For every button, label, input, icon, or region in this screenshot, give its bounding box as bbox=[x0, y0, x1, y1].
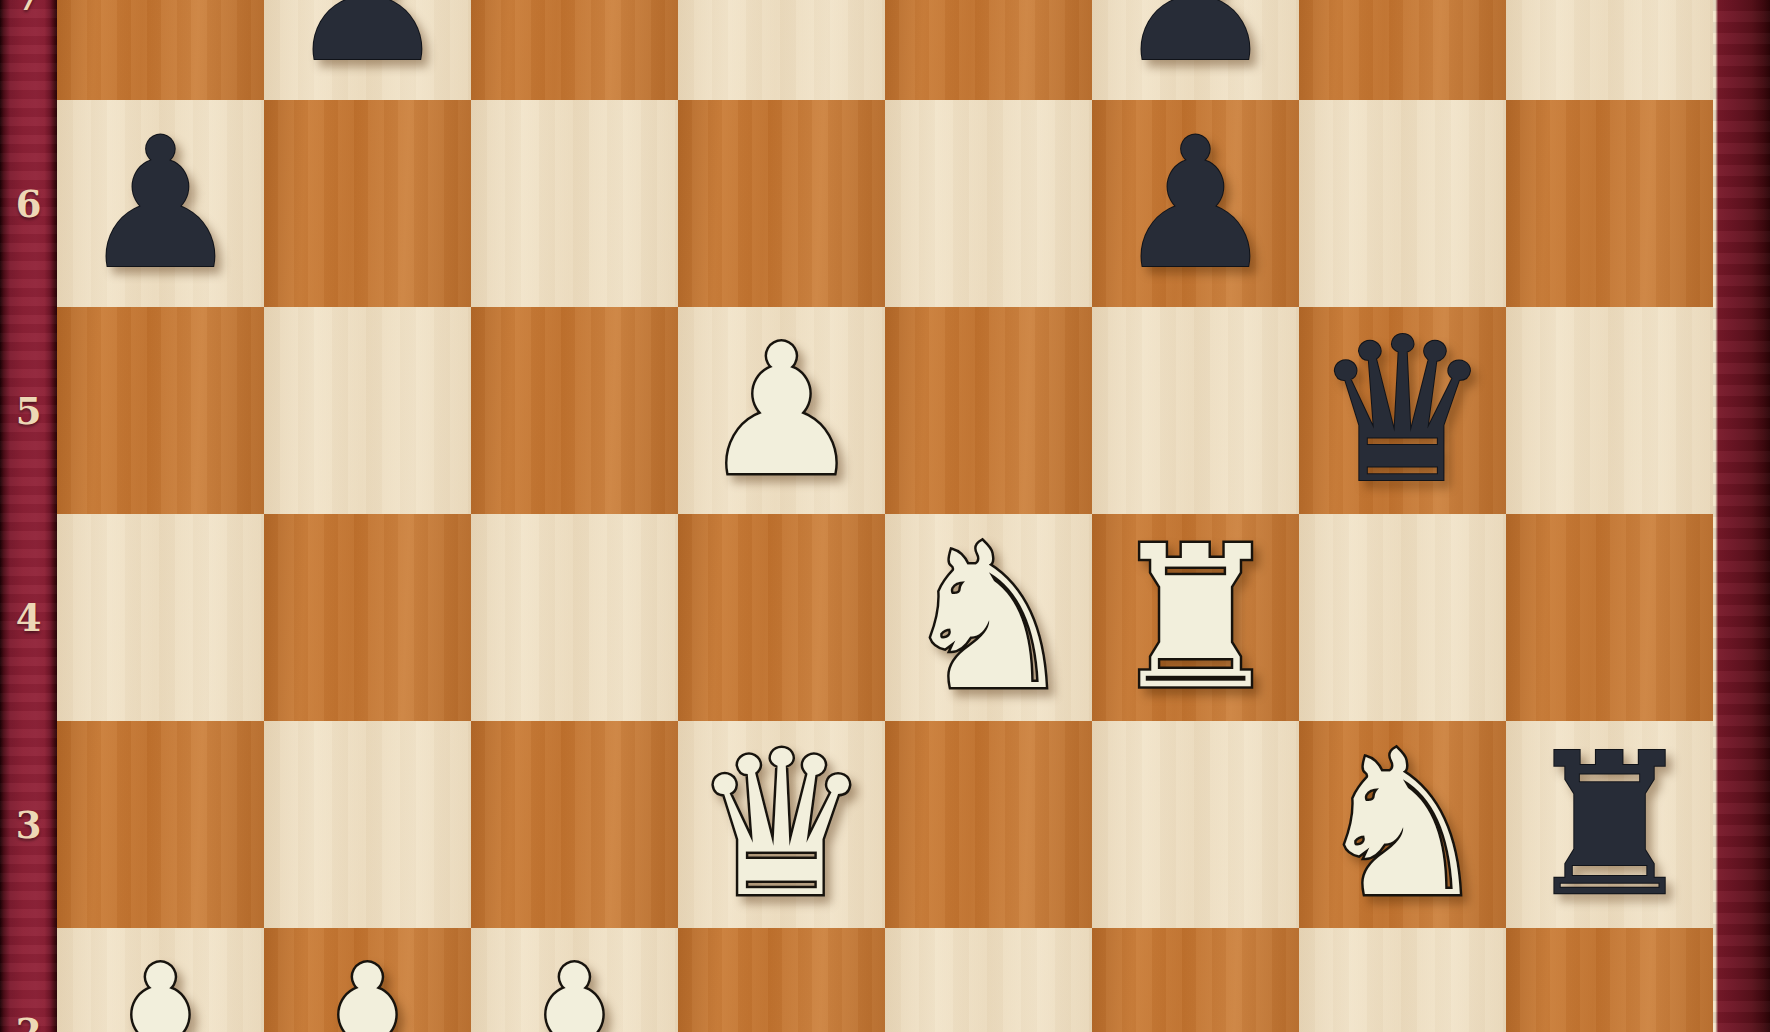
square-b2[interactable]: ♟ bbox=[264, 928, 471, 1032]
square-c2[interactable]: ♟ bbox=[471, 928, 678, 1032]
square-a7[interactable] bbox=[57, 0, 264, 100]
chess-board: ♟♟♟♟♟♛♞♜♛♞♜♟♟♟ bbox=[57, 0, 1713, 1032]
square-f5[interactable] bbox=[1092, 307, 1299, 514]
square-a5[interactable] bbox=[57, 307, 264, 514]
square-h6[interactable] bbox=[1506, 100, 1713, 307]
square-g3[interactable]: ♞ bbox=[1299, 721, 1506, 928]
square-e7[interactable] bbox=[885, 0, 1092, 100]
square-d6[interactable] bbox=[678, 100, 885, 307]
square-a6[interactable]: ♟ bbox=[57, 100, 264, 307]
square-f2[interactable] bbox=[1092, 928, 1299, 1032]
piece-black-queen-g5[interactable]: ♛ bbox=[1313, 311, 1492, 511]
square-a4[interactable] bbox=[57, 514, 264, 721]
chess-diagram-scene: ♟♟♟♟♟♛♞♜♛♞♜♟♟♟ 765432 bbox=[0, 0, 1770, 1032]
piece-white-queen-d3[interactable]: ♛ bbox=[692, 725, 871, 925]
square-e2[interactable] bbox=[885, 928, 1092, 1032]
square-d3[interactable]: ♛ bbox=[678, 721, 885, 928]
rank-label-5: 5 bbox=[0, 389, 57, 433]
piece-black-pawn-f7[interactable]: ♟ bbox=[1115, 0, 1276, 87]
square-e4[interactable]: ♞ bbox=[885, 514, 1092, 721]
square-d2[interactable] bbox=[678, 928, 885, 1032]
square-a2[interactable]: ♟ bbox=[57, 928, 264, 1032]
square-b5[interactable] bbox=[264, 307, 471, 514]
square-c6[interactable] bbox=[471, 100, 678, 307]
square-b7[interactable]: ♟ bbox=[264, 0, 471, 100]
square-f3[interactable] bbox=[1092, 721, 1299, 928]
square-e5[interactable] bbox=[885, 307, 1092, 514]
square-b4[interactable] bbox=[264, 514, 471, 721]
rank-label-2: 2 bbox=[0, 1010, 57, 1032]
piece-white-rook-f4[interactable]: ♜ bbox=[1108, 520, 1284, 716]
square-c3[interactable] bbox=[471, 721, 678, 928]
square-h3[interactable]: ♜ bbox=[1506, 721, 1713, 928]
square-g2[interactable] bbox=[1299, 928, 1506, 1032]
square-h7[interactable] bbox=[1506, 0, 1713, 100]
piece-black-pawn-f6[interactable]: ♟ bbox=[1115, 114, 1276, 294]
piece-white-knight-e4[interactable]: ♞ bbox=[899, 518, 1078, 718]
piece-white-pawn-a2[interactable]: ♟ bbox=[80, 942, 241, 1032]
board-frame-left: 765432 bbox=[0, 0, 57, 1032]
square-c7[interactable] bbox=[471, 0, 678, 100]
rank-label-3: 3 bbox=[0, 803, 57, 847]
square-f6[interactable]: ♟ bbox=[1092, 100, 1299, 307]
square-e6[interactable] bbox=[885, 100, 1092, 307]
square-b6[interactable] bbox=[264, 100, 471, 307]
square-h5[interactable] bbox=[1506, 307, 1713, 514]
square-g5[interactable]: ♛ bbox=[1299, 307, 1506, 514]
piece-black-rook-h3[interactable]: ♜ bbox=[1522, 727, 1698, 923]
square-a3[interactable] bbox=[57, 721, 264, 928]
board-frame-right bbox=[1713, 0, 1770, 1032]
square-g4[interactable] bbox=[1299, 514, 1506, 721]
square-b3[interactable] bbox=[264, 721, 471, 928]
square-h2[interactable] bbox=[1506, 928, 1713, 1032]
piece-black-pawn-b7[interactable]: ♟ bbox=[287, 0, 448, 87]
piece-white-pawn-c2[interactable]: ♟ bbox=[494, 942, 655, 1032]
piece-white-pawn-d5[interactable]: ♟ bbox=[701, 321, 862, 501]
square-g7[interactable] bbox=[1299, 0, 1506, 100]
piece-white-pawn-b2[interactable]: ♟ bbox=[287, 942, 448, 1032]
square-f7[interactable]: ♟ bbox=[1092, 0, 1299, 100]
square-c5[interactable] bbox=[471, 307, 678, 514]
rank-label-6: 6 bbox=[0, 182, 57, 226]
square-f4[interactable]: ♜ bbox=[1092, 514, 1299, 721]
square-d4[interactable] bbox=[678, 514, 885, 721]
square-d5[interactable]: ♟ bbox=[678, 307, 885, 514]
piece-white-knight-g3[interactable]: ♞ bbox=[1313, 725, 1492, 925]
rank-label-4: 4 bbox=[0, 596, 57, 640]
square-g6[interactable] bbox=[1299, 100, 1506, 307]
rank-label-7: 7 bbox=[0, 0, 57, 19]
square-d7[interactable] bbox=[678, 0, 885, 100]
square-h4[interactable] bbox=[1506, 514, 1713, 721]
square-c4[interactable] bbox=[471, 514, 678, 721]
square-e3[interactable] bbox=[885, 721, 1092, 928]
piece-black-pawn-a6[interactable]: ♟ bbox=[80, 114, 241, 294]
